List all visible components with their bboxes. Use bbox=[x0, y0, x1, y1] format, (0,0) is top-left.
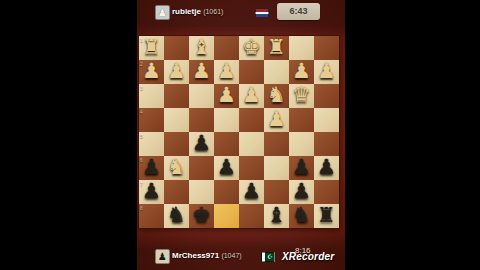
black-R-piece-a8[interactable]: ♜ bbox=[314, 202, 339, 227]
white-P-piece-c4[interactable]: ♟ bbox=[264, 106, 289, 131]
square-e3[interactable]: ♟ bbox=[214, 84, 239, 108]
square-f6[interactable] bbox=[189, 156, 214, 180]
rank-label-5: 5 bbox=[140, 133, 143, 139]
square-f7[interactable] bbox=[189, 180, 214, 204]
square-b1[interactable] bbox=[289, 36, 314, 60]
black-K-piece-f8[interactable]: ♚ bbox=[189, 202, 214, 227]
square-b5[interactable] bbox=[289, 132, 314, 156]
square-h7[interactable]: ♟7 bbox=[139, 180, 164, 204]
white-R-piece-c1[interactable]: ♜ bbox=[264, 34, 289, 59]
square-c5[interactable] bbox=[264, 132, 289, 156]
square-e5[interactable] bbox=[214, 132, 239, 156]
top-player-bar: ♟ rubietje (1061) 6:43 bbox=[137, 0, 345, 26]
square-g2[interactable]: ♟ bbox=[164, 60, 189, 84]
square-a6[interactable]: ♟ bbox=[314, 156, 339, 180]
square-d8[interactable] bbox=[239, 204, 264, 228]
white-N-piece-g6[interactable]: ♞ bbox=[164, 154, 189, 179]
bottom-player-rating: (1047) bbox=[221, 252, 241, 259]
black-P-piece-h7[interactable]: ♟ bbox=[139, 178, 164, 203]
square-f3[interactable] bbox=[189, 84, 214, 108]
black-N-piece-b8[interactable]: ♞ bbox=[289, 202, 314, 227]
black-P-piece-b7[interactable]: ♟ bbox=[289, 178, 314, 203]
square-g5[interactable] bbox=[164, 132, 189, 156]
square-e6[interactable]: ♟ bbox=[214, 156, 239, 180]
black-P-piece-e6[interactable]: ♟ bbox=[214, 154, 239, 179]
square-f8[interactable]: ♚ bbox=[189, 204, 214, 228]
white-pawn-icon: ♟ bbox=[155, 5, 170, 20]
square-f2[interactable]: ♟ bbox=[189, 60, 214, 84]
black-N-piece-g8[interactable]: ♞ bbox=[164, 202, 189, 227]
square-e8[interactable] bbox=[214, 204, 239, 228]
square-b4[interactable] bbox=[289, 108, 314, 132]
black-P-piece-h6[interactable]: ♟ bbox=[139, 154, 164, 179]
square-c2[interactable] bbox=[264, 60, 289, 84]
white-P-piece-f2[interactable]: ♟ bbox=[189, 58, 214, 83]
white-P-piece-h2[interactable]: ♟ bbox=[139, 58, 164, 83]
top-player-name: rubietje (1061) bbox=[172, 7, 223, 16]
square-a8[interactable]: ♜ bbox=[314, 204, 339, 228]
square-h1[interactable]: ♜1 bbox=[139, 36, 164, 60]
top-player-clock: 6:43 bbox=[277, 3, 320, 20]
square-a3[interactable] bbox=[314, 84, 339, 108]
square-h5[interactable]: 5 bbox=[139, 132, 164, 156]
square-g8[interactable]: ♞ bbox=[164, 204, 189, 228]
black-P-piece-f5[interactable]: ♟ bbox=[189, 130, 214, 155]
xrecorder-watermark: XRecorder bbox=[282, 251, 334, 262]
bottom-player-name-text: MrChess971 bbox=[172, 251, 219, 260]
netherlands-flag-icon bbox=[255, 8, 269, 18]
square-c1[interactable]: ♜ bbox=[264, 36, 289, 60]
white-P-piece-e2[interactable]: ♟ bbox=[214, 58, 239, 83]
square-d7[interactable]: ♟ bbox=[239, 180, 264, 204]
square-c3[interactable]: ♞ bbox=[264, 84, 289, 108]
square-h2[interactable]: ♟2 bbox=[139, 60, 164, 84]
rank-label-8: 8 bbox=[140, 205, 143, 211]
top-player-name-text: rubietje bbox=[172, 7, 201, 16]
chess-app-screen: ♟ rubietje (1061) 6:43 ♜1♝♚♜♟2♟♟♟♟♟3♟♟♞♛… bbox=[137, 0, 345, 270]
square-b7[interactable]: ♟ bbox=[289, 180, 314, 204]
square-g4[interactable] bbox=[164, 108, 189, 132]
square-a7[interactable] bbox=[314, 180, 339, 204]
white-P-piece-e3[interactable]: ♟ bbox=[214, 82, 239, 107]
square-g3[interactable] bbox=[164, 84, 189, 108]
square-e2[interactable]: ♟ bbox=[214, 60, 239, 84]
square-c7[interactable] bbox=[264, 180, 289, 204]
square-a1[interactable] bbox=[314, 36, 339, 60]
white-R-piece-h1[interactable]: ♜ bbox=[139, 34, 164, 59]
rank-label-4: 4 bbox=[140, 109, 143, 115]
square-h6[interactable]: ♟6 bbox=[139, 156, 164, 180]
top-player-rating: (1061) bbox=[203, 8, 223, 15]
square-g6[interactable]: ♞ bbox=[164, 156, 189, 180]
black-P-piece-d7[interactable]: ♟ bbox=[239, 178, 264, 203]
square-e7[interactable] bbox=[214, 180, 239, 204]
square-a5[interactable] bbox=[314, 132, 339, 156]
white-P-piece-g2[interactable]: ♟ bbox=[164, 58, 189, 83]
square-b8[interactable]: ♞ bbox=[289, 204, 314, 228]
chess-board: ♜1♝♚♜♟2♟♟♟♟♟3♟♟♞♛4♟5♟♟6♞♟♟♟♟7♟♟8♞♚♝♞♜ bbox=[139, 36, 339, 228]
square-f1[interactable]: ♝ bbox=[189, 36, 214, 60]
square-d4[interactable] bbox=[239, 108, 264, 132]
square-a2[interactable]: ♟ bbox=[314, 60, 339, 84]
black-P-piece-a6[interactable]: ♟ bbox=[314, 154, 339, 179]
white-K-piece-d1[interactable]: ♚ bbox=[239, 34, 264, 59]
rank-label-3: 3 bbox=[140, 85, 143, 91]
black-P-piece-b6[interactable]: ♟ bbox=[289, 154, 314, 179]
square-f4[interactable] bbox=[189, 108, 214, 132]
square-e1[interactable] bbox=[214, 36, 239, 60]
square-c4[interactable]: ♟ bbox=[264, 108, 289, 132]
square-h3[interactable]: 3 bbox=[139, 84, 164, 108]
white-P-piece-a2[interactable]: ♟ bbox=[314, 58, 339, 83]
square-b2[interactable]: ♟ bbox=[289, 60, 314, 84]
bottom-player-name: MrChess971 (1047) bbox=[172, 251, 242, 260]
square-c8[interactable]: ♝ bbox=[264, 204, 289, 228]
square-c6[interactable] bbox=[264, 156, 289, 180]
square-h8[interactable]: 8 bbox=[139, 204, 164, 228]
square-d1[interactable]: ♚ bbox=[239, 36, 264, 60]
white-Q-piece-b3[interactable]: ♛ bbox=[289, 82, 314, 107]
square-e4[interactable] bbox=[214, 108, 239, 132]
pakistan-flag-icon: ☪ bbox=[261, 252, 275, 262]
square-h4[interactable]: 4 bbox=[139, 108, 164, 132]
square-f5[interactable]: ♟ bbox=[189, 132, 214, 156]
black-B-piece-c8[interactable]: ♝ bbox=[264, 202, 289, 227]
white-N-piece-c3[interactable]: ♞ bbox=[264, 82, 289, 107]
square-d6[interactable] bbox=[239, 156, 264, 180]
square-d2[interactable] bbox=[239, 60, 264, 84]
square-d5[interactable] bbox=[239, 132, 264, 156]
square-g7[interactable] bbox=[164, 180, 189, 204]
white-P-piece-d3[interactable]: ♟ bbox=[239, 82, 264, 107]
black-pawn-icon: ♟ bbox=[155, 249, 170, 264]
square-d3[interactable]: ♟ bbox=[239, 84, 264, 108]
square-b6[interactable]: ♟ bbox=[289, 156, 314, 180]
square-b3[interactable]: ♛ bbox=[289, 84, 314, 108]
white-B-piece-f1[interactable]: ♝ bbox=[189, 34, 214, 59]
white-P-piece-b2[interactable]: ♟ bbox=[289, 58, 314, 83]
screen-recording-frame: ♟ rubietje (1061) 6:43 ♜1♝♚♜♟2♟♟♟♟♟3♟♟♞♛… bbox=[0, 0, 480, 270]
square-g1[interactable] bbox=[164, 36, 189, 60]
square-a4[interactable] bbox=[314, 108, 339, 132]
